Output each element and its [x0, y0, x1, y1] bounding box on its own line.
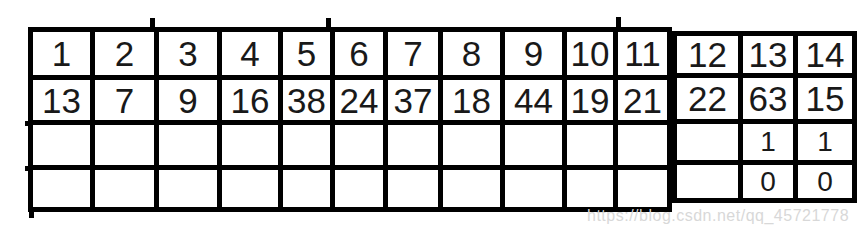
grid-overshoot-tick-top-3: [616, 17, 621, 28]
grid-overshoot-nub-bottom-left: [29, 212, 34, 218]
cell-r1-c1: 1: [33, 32, 95, 80]
watermark-url: https://blog.csdn.net/qq_45721778: [587, 207, 849, 225]
cell-r1-c3: 3: [159, 32, 222, 80]
cell-r2-c4: 16: [222, 80, 283, 125]
grid-block-right-cols-12-14: 1213142263151100: [672, 31, 857, 203]
cell-r3-c3: [159, 125, 222, 170]
cell-r4-c10: [567, 170, 618, 212]
cell-r4-c8: [443, 170, 505, 212]
cell-r3-c14: 1: [798, 124, 857, 165]
table-canvas: 123456789101113791638243718441921 121314…: [0, 0, 862, 240]
grid-overshoot-nub-left-2: [25, 166, 29, 171]
cell-r1-c10: 10: [567, 32, 618, 80]
cell-r3-c1: [33, 125, 95, 170]
cell-r2-c12: 22: [677, 78, 743, 124]
cell-r3-c4: [222, 125, 283, 170]
cell-r1-c5: 5: [283, 32, 335, 80]
grid-overshoot-nub-left-1: [25, 121, 29, 126]
cell-r4-c6: [335, 170, 388, 212]
cell-r2-c2: 7: [95, 80, 159, 125]
cell-r2-c9: 44: [505, 80, 567, 125]
cell-r4-c13: 0: [743, 165, 798, 203]
cell-r2-c6: 24: [335, 80, 388, 125]
cell-r4-c5: [283, 170, 335, 212]
cell-r4-c7: [388, 170, 443, 212]
cell-r1-c12: 12: [677, 36, 743, 78]
cell-r2-c5: 38: [283, 80, 335, 125]
cell-r3-c11: [618, 125, 672, 170]
cell-r1-c8: 8: [443, 32, 505, 80]
cell-r4-c11: [618, 170, 672, 212]
cell-r3-c5: [283, 125, 335, 170]
cell-r1-c4: 4: [222, 32, 283, 80]
grid-overshoot-tick-top-1: [150, 18, 155, 28]
cell-r1-c2: 2: [95, 32, 159, 80]
cell-r4-c3: [159, 170, 222, 212]
cell-r2-c3: 9: [159, 80, 222, 125]
cell-r1-c13: 13: [743, 36, 798, 78]
cell-r1-c9: 9: [505, 32, 567, 80]
cell-r3-c13: 1: [743, 124, 798, 165]
cell-r2-c1: 13: [33, 80, 95, 125]
cell-r2-c11: 21: [618, 80, 672, 125]
cell-r2-c14: 15: [798, 78, 857, 124]
cell-r2-c7: 37: [388, 80, 443, 125]
cell-r2-c10: 19: [567, 80, 618, 125]
cell-r1-c7: 7: [388, 32, 443, 80]
cell-r4-c4: [222, 170, 283, 212]
cell-r3-c10: [567, 125, 618, 170]
cell-r1-c14: 14: [798, 36, 857, 78]
cell-r4-c12: [677, 165, 743, 203]
cell-r4-c9: [505, 170, 567, 212]
cell-r3-c2: [95, 125, 159, 170]
cell-r4-c14: 0: [798, 165, 857, 203]
cell-r3-c8: [443, 125, 505, 170]
cell-r1-c11: 11: [618, 32, 672, 80]
cell-r3-c12: [677, 124, 743, 165]
cell-r1-c6: 6: [335, 32, 388, 80]
grid-overshoot-tick-top-2: [326, 18, 331, 28]
cell-r2-c13: 63: [743, 78, 798, 124]
cell-r4-c2: [95, 170, 159, 212]
cell-r3-c6: [335, 125, 388, 170]
cell-r4-c1: [33, 170, 95, 212]
cell-r2-c8: 18: [443, 80, 505, 125]
cell-r3-c7: [388, 125, 443, 170]
cell-r3-c9: [505, 125, 567, 170]
grid-block-left-cols-1-11: 123456789101113791638243718441921: [28, 27, 672, 212]
